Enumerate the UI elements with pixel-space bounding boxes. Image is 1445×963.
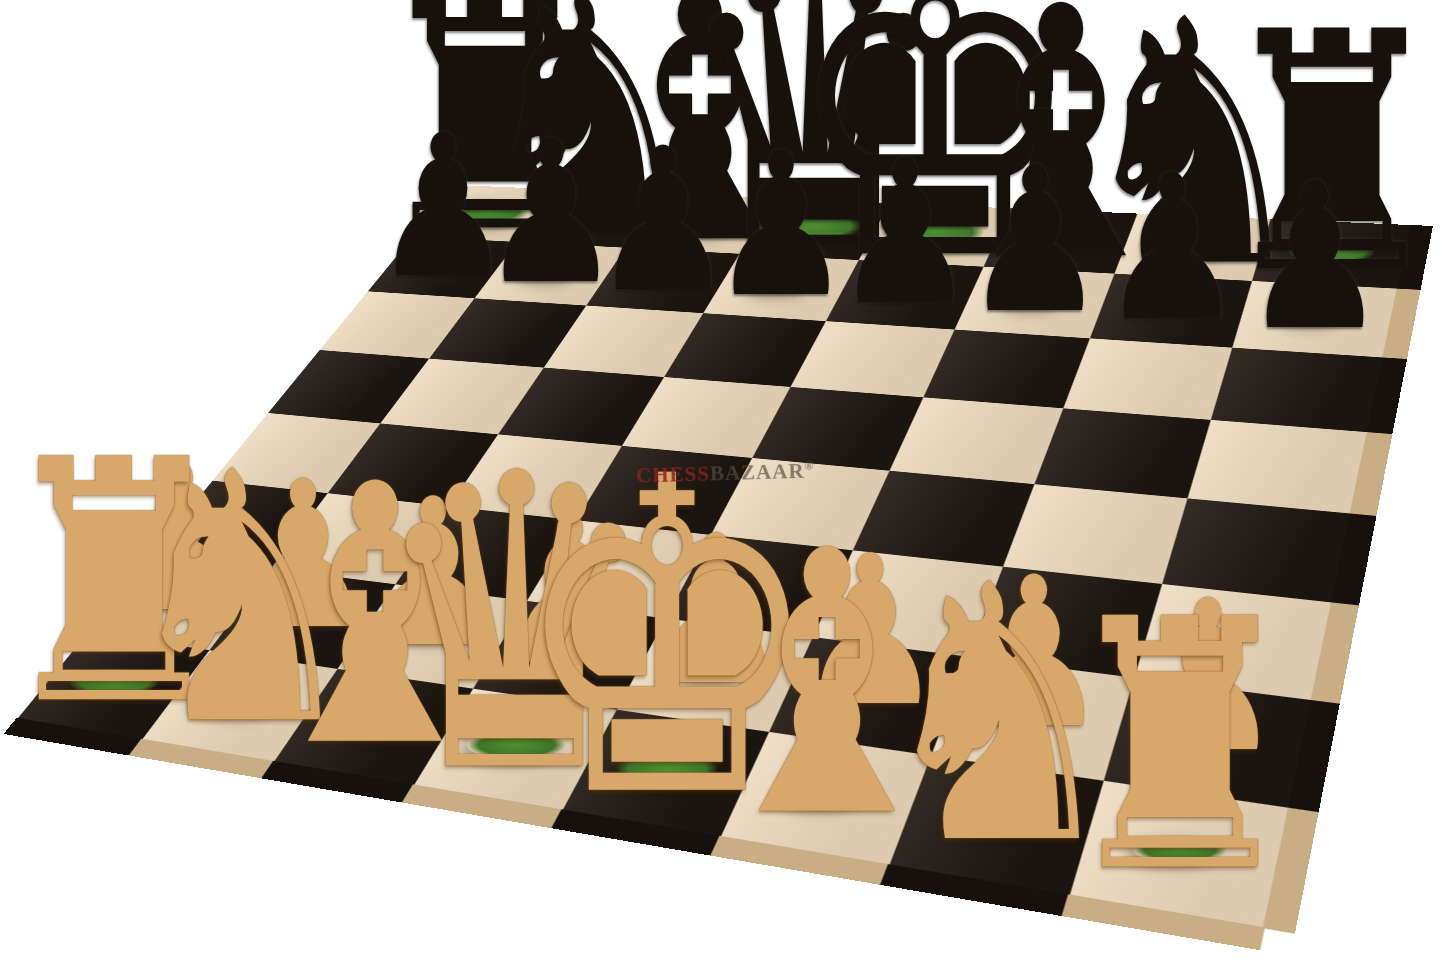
piece-black-pawn-d7: ♟ bbox=[710, 127, 853, 326]
registered-trademark-icon: ® bbox=[804, 459, 814, 473]
piece-black-pawn-e7: ♟ bbox=[834, 134, 977, 333]
piece-black-pawn-g7: ♟ bbox=[1099, 149, 1243, 350]
brand-watermark-chess: CHESS bbox=[636, 461, 711, 487]
chess-set-product-photo: ♜♞♝♛♚♝♞♜♟♟♟♟♟♟♟♟♟♟♟♟♟♟♟♟♜♞♝♛♚♝♞♜ CHESSBA… bbox=[0, 0, 1445, 963]
piece-black-pawn-h7: ♟ bbox=[1243, 157, 1388, 359]
brand-watermark-bazaar: BAZAAR bbox=[710, 459, 805, 486]
brand-watermark: CHESSBAZAAR® bbox=[636, 459, 815, 489]
square-g5 bbox=[1034, 408, 1210, 498]
piece-black-pawn-f7: ♟ bbox=[963, 141, 1107, 341]
square-h5 bbox=[1188, 420, 1367, 514]
piece-white-rook-h1: ♜ bbox=[1056, 575, 1303, 920]
